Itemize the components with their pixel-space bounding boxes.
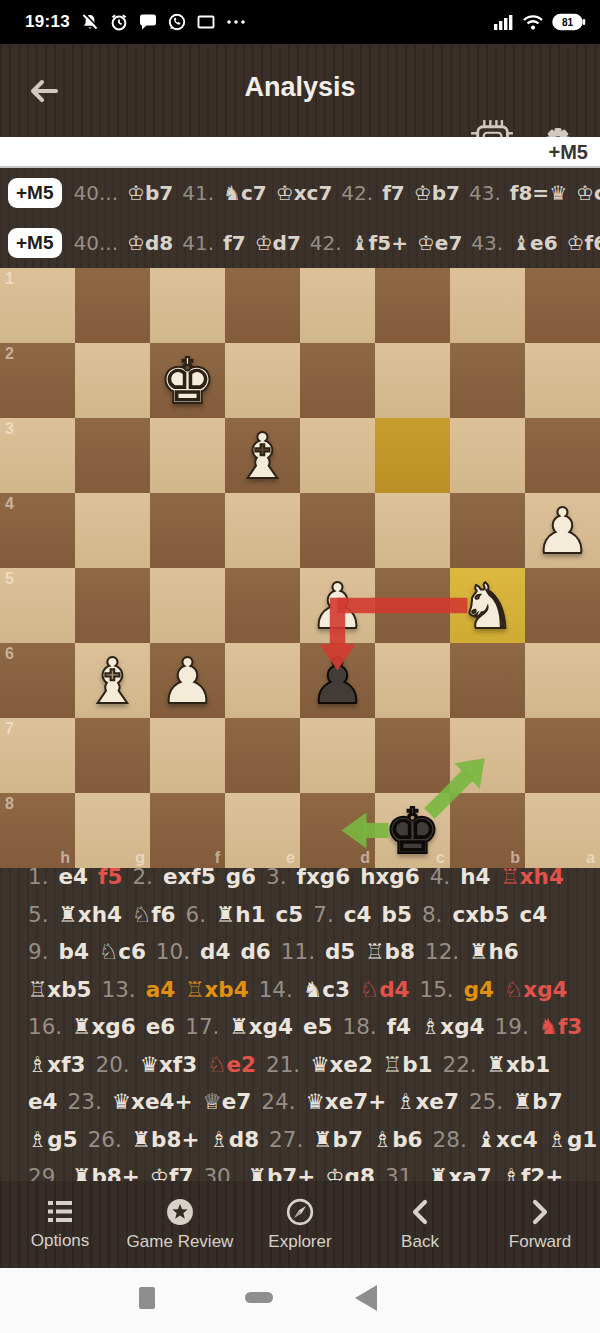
clock-time: 19:13 (25, 12, 70, 32)
move[interactable]: ♗d8 (209, 1127, 259, 1152)
android-back-button[interactable] (353, 1284, 379, 1316)
move-list-row-6: ♗xf320.♛xf3♘e221.♛xe2♖b122.♜xb1 (28, 1046, 600, 1084)
move-list-row-3: 9.b4♘c610.d4d611.d5♖b812.♜h6 (28, 933, 600, 971)
eval-badge: +M5 (8, 228, 62, 258)
move-number: 4. (430, 868, 451, 889)
nav-label: Back (401, 1232, 439, 1252)
square-c4[interactable] (375, 493, 450, 568)
square-g6[interactable] (75, 643, 150, 718)
move-number: 40... (74, 181, 119, 205)
square-g3[interactable] (75, 418, 150, 493)
move-number: 3. (266, 868, 287, 889)
move-number: 2. (132, 868, 153, 889)
move[interactable]: ♜xg6 (72, 1014, 136, 1039)
line-move: ♔e7 (417, 231, 462, 255)
square-b7[interactable] (450, 718, 525, 793)
square-f6[interactable] (150, 643, 225, 718)
move-number: 17. (185, 1014, 219, 1039)
nav-label: Options (31, 1231, 90, 1251)
battery-percent-text: 81 (562, 17, 574, 28)
square-d6[interactable] (300, 643, 375, 718)
square-f7[interactable] (150, 718, 225, 793)
move-number: 12. (425, 939, 459, 964)
square-e7[interactable] (225, 718, 300, 793)
rank-label: 3 (5, 420, 14, 438)
nav-item-game-review[interactable]: Game Review (120, 1181, 240, 1268)
move[interactable]: ♜b7+ (248, 1164, 316, 1181)
move-number: 19. (495, 1014, 529, 1039)
rank-label: 4 (5, 495, 14, 513)
move-number: 24. (261, 1089, 295, 1114)
square-b5[interactable] (450, 568, 525, 643)
move-number: 42. (341, 181, 373, 205)
alarm-clock-icon (109, 12, 129, 32)
move[interactable]: d5 (325, 939, 355, 964)
move-number: 5. (28, 902, 49, 927)
overflow-dots-icon (225, 12, 249, 32)
move[interactable]: ♗b6 (373, 1127, 423, 1152)
move[interactable]: ♖b8 (365, 939, 415, 964)
move-number: 1. (28, 868, 49, 889)
square-c3[interactable] (375, 418, 450, 493)
file-label: g (135, 849, 145, 867)
battery-icon: 81 (552, 13, 586, 31)
line-move: f7 (382, 181, 405, 205)
move-number: 6. (186, 902, 207, 927)
square-d7[interactable] (300, 718, 375, 793)
move-number: 8. (422, 902, 443, 927)
move[interactable]: ♞c3 (303, 977, 350, 1002)
square-g5[interactable] (75, 568, 150, 643)
square-e5[interactable] (225, 568, 300, 643)
file-label: e (286, 849, 295, 867)
move[interactable]: g6 (226, 868, 256, 889)
move[interactable]: ♛xf3 (140, 1052, 197, 1077)
move[interactable]: d6 (240, 939, 270, 964)
move[interactable]: ♗xg4 (421, 1014, 485, 1039)
move[interactable]: ♜xa7 (429, 1164, 492, 1181)
move[interactable]: e4 (28, 1089, 58, 1114)
move[interactable]: ♖xb5 (28, 977, 92, 1002)
move-list-row-5: 16.♜xg6e617.♜xg4e518.f4♗xg419.♞f3 (28, 1008, 600, 1046)
square-h5[interactable]: 5 (0, 568, 75, 643)
rank-label: 2 (5, 345, 14, 363)
move-number: 31. (385, 1164, 419, 1181)
move-number: 25. (469, 1089, 503, 1114)
line-move: ♔f6 (567, 231, 600, 255)
move[interactable]: ♞f3 (539, 1014, 583, 1039)
move-number: 26. (88, 1127, 122, 1152)
move[interactable]: ♜xg4 (229, 1014, 293, 1039)
move-number: 18. (343, 1014, 377, 1039)
move-list-row-4: ♖xb513.a4♖xb414.♞c3♘d415.g4♘xg4 (28, 971, 600, 1009)
move[interactable]: cxb5 (452, 902, 509, 927)
move-number: 16. (28, 1014, 62, 1039)
move[interactable]: e4 (59, 868, 89, 889)
bottom-toolbar: OptionsGame ReviewExplorerBackForward (0, 1181, 600, 1268)
square-c1[interactable] (375, 268, 450, 343)
square-d4[interactable] (300, 493, 375, 568)
move-number: 23. (68, 1089, 102, 1114)
chat-bubble-icon (138, 12, 158, 32)
square-h8[interactable]: 8h (0, 793, 75, 868)
nav-item-explorer[interactable]: Explorer (240, 1181, 360, 1268)
square-b6[interactable] (450, 643, 525, 718)
screen-cast-icon (196, 12, 216, 32)
square-h3[interactable]: 3 (0, 418, 75, 493)
line-move: f8=♛ (510, 181, 567, 205)
move[interactable]: h4 (460, 868, 490, 889)
file-label: h (60, 849, 70, 867)
move[interactable]: ♗xe7 (396, 1089, 459, 1114)
engine-lines-panel: +M540...♔b741.♞c7♔xc742.f7♔b743.f8=♛♔c74… (0, 168, 600, 268)
move[interactable]: b4 (59, 939, 89, 964)
move[interactable]: d4 (200, 939, 230, 964)
rank-label: 5 (5, 570, 14, 588)
move[interactable]: ♜b7 (313, 1127, 363, 1152)
move[interactable]: ♗g5 (28, 1127, 78, 1152)
move[interactable]: ♜h1 (216, 902, 266, 927)
recents-button[interactable] (138, 1286, 156, 1314)
square-f5[interactable] (150, 568, 225, 643)
explorer-icon (286, 1198, 314, 1226)
square-a4[interactable] (525, 493, 600, 568)
move-number: 14. (259, 977, 293, 1002)
file-label: a (586, 849, 595, 867)
move[interactable]: ♖b1 (383, 1052, 433, 1077)
square-b8[interactable]: b (450, 793, 525, 868)
move-number: 9. (28, 939, 49, 964)
move[interactable]: ♜xh4 (59, 902, 122, 927)
move[interactable]: ♛xe7+ (305, 1089, 386, 1114)
nav-item-forward[interactable]: Forward (480, 1181, 600, 1268)
nav-label: Explorer (268, 1232, 331, 1252)
move[interactable]: ♔g8 (325, 1164, 375, 1181)
square-f3[interactable] (150, 418, 225, 493)
move-list-row-2: 5.♜xh4♘f66.♜h1c57.c4b58.cxb5c4 (28, 896, 600, 934)
move[interactable]: ♗xf3 (28, 1052, 85, 1077)
line-move: ♝e6 (512, 231, 557, 255)
square-e3[interactable] (225, 418, 300, 493)
nav-item-options[interactable]: Options (0, 1181, 120, 1268)
move[interactable]: ♘d4 (360, 977, 410, 1002)
move[interactable]: ♜b8+ (72, 1164, 140, 1181)
square-f2[interactable] (150, 343, 225, 418)
move[interactable]: c5 (276, 902, 304, 927)
app-header: Analysis 41 (0, 44, 600, 137)
move[interactable]: ♖xb4 (185, 977, 249, 1002)
move-number: 13. (102, 977, 136, 1002)
move[interactable]: ♔f7 (150, 1164, 194, 1181)
forward-icon (528, 1198, 552, 1226)
game-review-icon (166, 1198, 194, 1226)
nav-label: Forward (509, 1232, 571, 1252)
move-number: 20. (95, 1052, 129, 1077)
file-label: d (360, 849, 370, 867)
home-button[interactable] (245, 1290, 273, 1308)
line-move: ♔d8 (127, 231, 173, 255)
move[interactable]: ♗g1 (548, 1127, 598, 1152)
move-list-row-1: 1.e4f52.exf5g63.fxg6hxg64.h4♖xh4 (28, 868, 600, 896)
square-c6[interactable] (375, 643, 450, 718)
square-h4[interactable]: 4 (0, 493, 75, 568)
line-move: ♝f5+ (351, 231, 408, 255)
square-g7[interactable] (75, 718, 150, 793)
move-number: 43. (469, 181, 501, 205)
square-g2[interactable] (75, 343, 150, 418)
square-d1[interactable] (300, 268, 375, 343)
line-move: ♔xc7 (276, 181, 333, 205)
options-icon (45, 1198, 75, 1225)
move-number: 10. (156, 939, 190, 964)
status-bar: 19:13 (0, 0, 600, 44)
move[interactable]: ♜b8+ (132, 1127, 200, 1152)
file-label: f (215, 849, 220, 867)
line-move: ♔b7 (414, 181, 460, 205)
move[interactable]: ♜xb1 (487, 1052, 551, 1077)
square-b4[interactable] (450, 493, 525, 568)
square-a6[interactable] (525, 643, 600, 718)
square-e2[interactable] (225, 343, 300, 418)
square-g1[interactable] (75, 268, 150, 343)
square-h6[interactable]: 6 (0, 643, 75, 718)
move[interactable]: b5 (382, 902, 412, 927)
move-number: 21. (266, 1052, 300, 1077)
move[interactable]: c4 (519, 902, 547, 927)
wifi-icon (522, 13, 544, 31)
move[interactable]: hxg6 (360, 868, 420, 889)
square-c8[interactable]: c (375, 793, 450, 868)
move[interactable]: g4 (464, 977, 494, 1002)
square-a2[interactable] (525, 343, 600, 418)
square-g4[interactable] (75, 493, 150, 568)
square-b3[interactable] (450, 418, 525, 493)
square-a1[interactable] (525, 268, 600, 343)
move-list-row-9: 29.♜b8+♔f730.♜b7+♔g831.♜xa7♗f2+ (28, 1158, 600, 1181)
analysis-screen: 19:13 (0, 0, 600, 1333)
back-icon (408, 1198, 432, 1226)
nav-label: Game Review (127, 1232, 234, 1252)
square-c7[interactable] (375, 718, 450, 793)
move[interactable]: ♗f2+ (502, 1164, 564, 1181)
square-h1[interactable]: 1 (0, 268, 75, 343)
engine-line-2[interactable]: +M540...♔d841.f7♔d742.♝f5+♔e743.♝e6♔f644… (0, 218, 600, 268)
move[interactable]: ♜b7 (513, 1089, 563, 1114)
whatsapp-icon (167, 12, 187, 32)
move[interactable]: c4 (344, 902, 372, 927)
square-b2[interactable] (450, 343, 525, 418)
file-label: c (436, 849, 445, 867)
move-number: 30. (203, 1164, 237, 1181)
rank-label: 6 (5, 645, 14, 663)
move[interactable]: ♘xg4 (504, 977, 568, 1002)
square-c5[interactable] (375, 568, 450, 643)
rank-label: 7 (5, 720, 14, 738)
move-number: 11. (281, 939, 315, 964)
square-a3[interactable] (525, 418, 600, 493)
line-move: ♞c7 (223, 181, 267, 205)
page-title: Analysis (0, 72, 600, 103)
move[interactable]: e5 (303, 1014, 333, 1039)
move-number: 41. (182, 181, 214, 205)
line-move: ♔d7 (255, 231, 301, 255)
square-h7[interactable]: 7 (0, 718, 75, 793)
move[interactable]: ♘f6 (132, 902, 176, 927)
move-number: 29. (28, 1164, 62, 1181)
move-list-row-8: ♗g526.♜b8+♗d827.♜b7♗b628.♝xc4♗g1 (28, 1121, 600, 1159)
file-label: b (510, 849, 520, 867)
square-d3[interactable] (300, 418, 375, 493)
square-g8[interactable]: g (75, 793, 150, 868)
square-a5[interactable] (525, 568, 600, 643)
mute-bell-icon (80, 12, 100, 32)
square-c2[interactable] (375, 343, 450, 418)
square-f4[interactable] (150, 493, 225, 568)
square-d8[interactable]: d (300, 793, 375, 868)
square-d2[interactable] (300, 343, 375, 418)
move-number: 7. (313, 902, 334, 927)
move[interactable]: ♝xc4 (477, 1127, 538, 1152)
move-list-row-7: e423.♛xe4+♕e724.♛xe7+♗xe725.♜b7 (28, 1083, 600, 1121)
signal-bars-icon (494, 13, 514, 31)
move[interactable]: ♜h6 (469, 939, 519, 964)
square-h2[interactable]: 2 (0, 343, 75, 418)
move[interactable]: ♛xe4+ (112, 1089, 193, 1114)
square-e8[interactable]: e (225, 793, 300, 868)
square-a7[interactable] (525, 718, 600, 793)
line-move: ♔b7 (127, 181, 173, 205)
move-number: 41. (182, 231, 214, 255)
move[interactable]: ♘c6 (99, 939, 146, 964)
rank-label: 1 (5, 270, 14, 288)
move-number: 43. (471, 231, 503, 255)
square-f8[interactable]: f (150, 793, 225, 868)
nav-item-back[interactable]: Back (360, 1181, 480, 1268)
square-a8[interactable]: a (525, 793, 600, 868)
move-list: 1.e4f52.exf5g63.fxg6hxg64.h4♖xh45.♜xh4♘f… (0, 868, 600, 1181)
move[interactable]: f5 (98, 868, 122, 889)
move-number: 15. (419, 977, 453, 1002)
square-f1[interactable] (150, 268, 225, 343)
eval-value: +M5 (549, 141, 588, 164)
move[interactable]: ♖xh4 (500, 868, 563, 889)
square-b1[interactable] (450, 268, 525, 343)
square-e6[interactable] (225, 643, 300, 718)
android-nav-bar (0, 1268, 600, 1333)
move-number: 28. (433, 1127, 467, 1152)
move[interactable]: ♕e7 (202, 1089, 251, 1114)
move[interactable]: f4 (387, 1014, 411, 1039)
move-number: 40... (74, 231, 119, 255)
move[interactable]: exf5 (163, 868, 216, 889)
move[interactable]: ♛xe2 (310, 1052, 373, 1077)
line-move: ♔c7 (576, 181, 600, 205)
rank-label: 8 (5, 795, 14, 813)
eval-bar: +M5 (0, 137, 600, 168)
move[interactable]: fxg6 (297, 868, 351, 889)
engine-line-1[interactable]: +M540...♔b741.♞c7♔xc742.f7♔b743.f8=♛♔c74… (0, 168, 600, 218)
move[interactable]: e6 (146, 1014, 176, 1039)
line-move: f7 (223, 231, 246, 255)
eval-badge: +M5 (8, 178, 62, 208)
move[interactable]: a4 (146, 977, 175, 1002)
move-number: 27. (269, 1127, 303, 1152)
square-d5[interactable] (300, 568, 375, 643)
move[interactable]: ♘e2 (207, 1052, 256, 1077)
chess-board[interactable]: 12345678hgfedcba ♚♝♟♞♟♝♟♟♚ (0, 268, 600, 868)
move-number: 22. (442, 1052, 476, 1077)
move-number: 42. (310, 231, 342, 255)
square-e1[interactable] (225, 268, 300, 343)
square-e4[interactable] (225, 493, 300, 568)
